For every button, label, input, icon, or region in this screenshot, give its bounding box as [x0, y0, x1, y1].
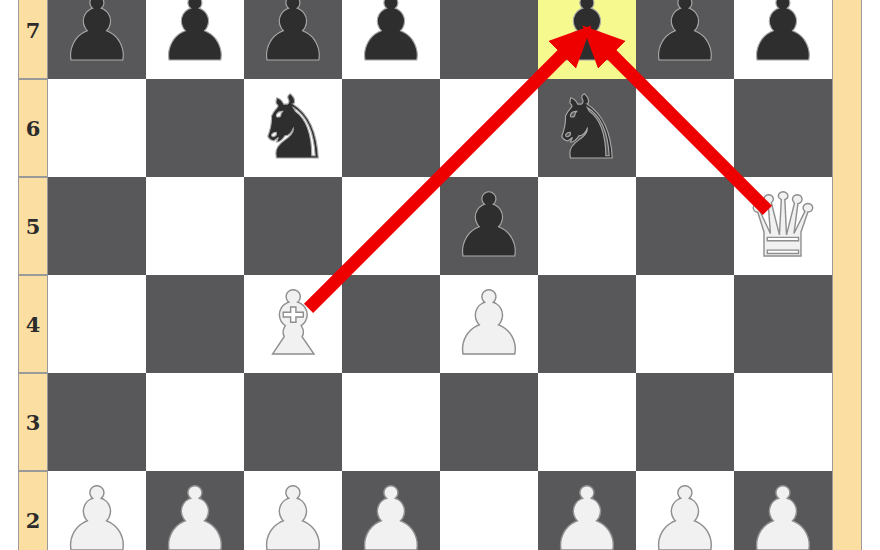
chess-board-viewport: 765432 ♟︎♟︎♟︎♟︎♟︎♟︎♟︎♞︎♞︎♟︎♛︎♝︎♟︎♟︎♟︎♟︎♟… — [0, 0, 880, 550]
square-d6[interactable] — [342, 79, 440, 177]
square-h2[interactable]: ♟︎ — [734, 471, 832, 550]
square-c5[interactable] — [244, 177, 342, 275]
board-border-right — [832, 0, 862, 550]
piece-black-knight-c6[interactable]: ♞︎ — [254, 84, 333, 172]
piece-black-pawn-d7[interactable]: ♟︎ — [352, 0, 431, 74]
square-e5[interactable]: ♟︎ — [440, 177, 538, 275]
square-d2[interactable]: ♟︎ — [342, 471, 440, 550]
square-h5[interactable]: ♛︎ — [734, 177, 832, 275]
piece-white-queen-h5[interactable]: ♛︎ — [744, 182, 823, 270]
square-e7[interactable] — [440, 0, 538, 79]
chess-board: ♟︎♟︎♟︎♟︎♟︎♟︎♟︎♞︎♞︎♟︎♛︎♝︎♟︎♟︎♟︎♟︎♟︎♟︎♟︎♟︎ — [48, 0, 832, 550]
rank-label-4: 4 — [18, 275, 48, 373]
piece-black-knight-f6[interactable]: ♞︎ — [548, 84, 627, 172]
square-g2[interactable]: ♟︎ — [636, 471, 734, 550]
rank-label-3: 3 — [18, 373, 48, 471]
square-b7[interactable]: ♟︎ — [146, 0, 244, 79]
square-d4[interactable] — [342, 275, 440, 373]
square-b3[interactable] — [146, 373, 244, 471]
square-d7[interactable]: ♟︎ — [342, 0, 440, 79]
square-d5[interactable] — [342, 177, 440, 275]
piece-black-pawn-a7[interactable]: ♟︎ — [58, 0, 137, 74]
square-e6[interactable] — [440, 79, 538, 177]
square-h6[interactable] — [734, 79, 832, 177]
piece-white-pawn-a2[interactable]: ♟︎ — [58, 476, 137, 550]
piece-white-pawn-h2[interactable]: ♟︎ — [744, 476, 823, 550]
piece-black-pawn-e5[interactable]: ♟︎ — [450, 182, 529, 270]
square-c2[interactable]: ♟︎ — [244, 471, 342, 550]
piece-black-pawn-h7[interactable]: ♟︎ — [744, 0, 823, 74]
square-b5[interactable] — [146, 177, 244, 275]
piece-white-pawn-d2[interactable]: ♟︎ — [352, 476, 431, 550]
square-a6[interactable] — [48, 79, 146, 177]
square-e3[interactable] — [440, 373, 538, 471]
piece-white-pawn-g2[interactable]: ♟︎ — [646, 476, 725, 550]
square-c6[interactable]: ♞︎ — [244, 79, 342, 177]
square-a7[interactable]: ♟︎ — [48, 0, 146, 79]
piece-black-pawn-f7[interactable]: ♟︎ — [548, 0, 627, 74]
rank-label-7: 7 — [18, 0, 48, 79]
square-b6[interactable] — [146, 79, 244, 177]
piece-white-pawn-f2[interactable]: ♟︎ — [548, 476, 627, 550]
square-d3[interactable] — [342, 373, 440, 471]
square-b2[interactable]: ♟︎ — [146, 471, 244, 550]
square-c7[interactable]: ♟︎ — [244, 0, 342, 79]
piece-black-pawn-c7[interactable]: ♟︎ — [254, 0, 333, 74]
square-c4[interactable]: ♝︎ — [244, 275, 342, 373]
piece-black-pawn-b7[interactable]: ♟︎ — [156, 0, 235, 74]
square-h3[interactable] — [734, 373, 832, 471]
square-f2[interactable]: ♟︎ — [538, 471, 636, 550]
square-f3[interactable] — [538, 373, 636, 471]
rank-label-2: 2 — [18, 471, 48, 550]
square-f5[interactable] — [538, 177, 636, 275]
square-g3[interactable] — [636, 373, 734, 471]
square-f4[interactable] — [538, 275, 636, 373]
square-g5[interactable] — [636, 177, 734, 275]
square-c3[interactable] — [244, 373, 342, 471]
square-e2[interactable] — [440, 471, 538, 550]
rank-label-5: 5 — [18, 177, 48, 275]
square-h4[interactable] — [734, 275, 832, 373]
square-g4[interactable] — [636, 275, 734, 373]
square-g6[interactable] — [636, 79, 734, 177]
square-b4[interactable] — [146, 275, 244, 373]
square-a5[interactable] — [48, 177, 146, 275]
piece-white-pawn-b2[interactable]: ♟︎ — [156, 476, 235, 550]
square-h7[interactable]: ♟︎ — [734, 0, 832, 79]
square-f6[interactable]: ♞︎ — [538, 79, 636, 177]
square-g7[interactable]: ♟︎ — [636, 0, 734, 79]
square-e4[interactable]: ♟︎ — [440, 275, 538, 373]
square-a3[interactable] — [48, 373, 146, 471]
square-f7[interactable]: ♟︎ — [538, 0, 636, 79]
square-a4[interactable] — [48, 275, 146, 373]
rank-label-6: 6 — [18, 79, 48, 177]
piece-white-bishop-c4[interactable]: ♝︎ — [254, 280, 333, 368]
piece-black-pawn-g7[interactable]: ♟︎ — [646, 0, 725, 74]
piece-white-pawn-e4[interactable]: ♟︎ — [450, 280, 529, 368]
piece-white-pawn-c2[interactable]: ♟︎ — [254, 476, 333, 550]
square-a2[interactable]: ♟︎ — [48, 471, 146, 550]
